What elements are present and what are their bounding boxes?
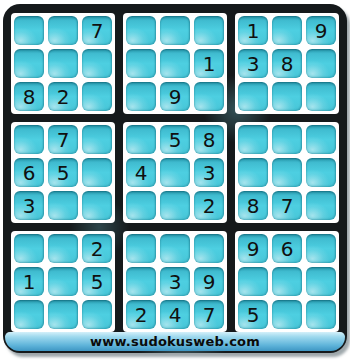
cell-r6c1[interactable]: 3 [14,191,44,220]
cell-r8c8[interactable] [272,267,302,296]
box-6: 87 [235,122,339,223]
cell-r7c2[interactable] [48,234,78,263]
cell-r8c3[interactable]: 5 [82,267,112,296]
cell-r4c7[interactable] [238,125,268,154]
cell-r7c9[interactable] [306,234,336,263]
cell-r7c8[interactable]: 6 [272,234,302,263]
cell-r1c7[interactable]: 1 [238,16,268,45]
cell-r7c6[interactable] [194,234,224,263]
box-7: 215 [11,231,115,332]
cell-r9c7[interactable]: 5 [238,300,268,329]
cell-r5c4[interactable]: 4 [126,158,156,187]
cell-r4c4[interactable] [126,125,156,154]
cell-r8c6[interactable]: 9 [194,267,224,296]
cell-r7c1[interactable] [14,234,44,263]
cell-r4c8[interactable] [272,125,302,154]
site-url-bar: www.sudokusweb.com [5,332,345,351]
cell-r1c6[interactable] [194,16,224,45]
cell-r9c2[interactable] [48,300,78,329]
cell-r2c6[interactable]: 1 [194,49,224,78]
cell-r6c7[interactable]: 8 [238,191,268,220]
cell-r3c7[interactable] [238,82,268,111]
cell-r3c9[interactable] [306,82,336,111]
box-8: 39247 [123,231,227,332]
cell-r2c1[interactable] [14,49,44,78]
cell-r1c4[interactable] [126,16,156,45]
box-2: 19 [123,13,227,114]
cell-r6c8[interactable]: 7 [272,191,302,220]
cell-r4c3[interactable] [82,125,112,154]
cell-r8c7[interactable] [238,267,268,296]
cell-r4c6[interactable]: 8 [194,125,224,154]
cell-r5c7[interactable] [238,158,268,187]
cell-r8c5[interactable]: 3 [160,267,190,296]
cell-r6c9[interactable] [306,191,336,220]
cell-r1c5[interactable] [160,16,190,45]
cell-r9c6[interactable]: 7 [194,300,224,329]
cell-r3c2[interactable]: 2 [48,82,78,111]
cell-r9c3[interactable] [82,300,112,329]
cell-r6c3[interactable] [82,191,112,220]
cell-r8c4[interactable] [126,267,156,296]
cell-r8c1[interactable]: 1 [14,267,44,296]
cell-r1c1[interactable] [14,16,44,45]
cell-r5c2[interactable]: 5 [48,158,78,187]
cell-r6c5[interactable] [160,191,190,220]
board-frame: 782 19 1938 7653 58432 87 215 39247 965 … [3,4,347,353]
cell-r9c5[interactable]: 4 [160,300,190,329]
box-4: 7653 [11,122,115,223]
cell-r5c1[interactable]: 6 [14,158,44,187]
cell-r5c8[interactable] [272,158,302,187]
cell-r1c2[interactable] [48,16,78,45]
cell-r4c1[interactable] [14,125,44,154]
cell-r2c5[interactable] [160,49,190,78]
cell-r6c4[interactable] [126,191,156,220]
cell-r3c3[interactable] [82,82,112,111]
cell-r1c8[interactable] [272,16,302,45]
cell-r7c4[interactable] [126,234,156,263]
box-5: 58432 [123,122,227,223]
cell-r5c3[interactable] [82,158,112,187]
cell-r3c4[interactable] [126,82,156,111]
cell-r8c9[interactable] [306,267,336,296]
cell-r3c1[interactable]: 8 [14,82,44,111]
cell-r1c9[interactable]: 9 [306,16,336,45]
cell-r9c4[interactable]: 2 [126,300,156,329]
box-9: 965 [235,231,339,332]
cell-r3c5[interactable]: 9 [160,82,190,111]
box-1: 782 [11,13,115,114]
cell-r9c1[interactable] [14,300,44,329]
cell-r3c8[interactable] [272,82,302,111]
site-url-text: www.sudokusweb.com [90,334,260,349]
cell-r4c9[interactable] [306,125,336,154]
cell-r2c8[interactable]: 8 [272,49,302,78]
cell-r3c6[interactable] [194,82,224,111]
cell-r6c6[interactable]: 2 [194,191,224,220]
cell-r9c8[interactable] [272,300,302,329]
cell-r1c3[interactable]: 7 [82,16,112,45]
cell-r2c9[interactable] [306,49,336,78]
cell-r4c5[interactable]: 5 [160,125,190,154]
cell-r7c7[interactable]: 9 [238,234,268,263]
cell-r9c9[interactable] [306,300,336,329]
cell-r5c5[interactable] [160,158,190,187]
cell-r2c7[interactable]: 3 [238,49,268,78]
cell-r2c2[interactable] [48,49,78,78]
cell-r8c2[interactable] [48,267,78,296]
cell-r7c3[interactable]: 2 [82,234,112,263]
sudoku-board: 782 19 1938 7653 58432 87 215 39247 965 [11,13,339,332]
cell-r2c4[interactable] [126,49,156,78]
sudoku-puzzle-image: 782 19 1938 7653 58432 87 215 39247 965 … [0,0,350,360]
box-3: 1938 [235,13,339,114]
cell-r5c9[interactable] [306,158,336,187]
cell-r7c5[interactable] [160,234,190,263]
cell-r5c6[interactable]: 3 [194,158,224,187]
cell-r4c2[interactable]: 7 [48,125,78,154]
cell-r6c2[interactable] [48,191,78,220]
cell-r2c3[interactable] [82,49,112,78]
